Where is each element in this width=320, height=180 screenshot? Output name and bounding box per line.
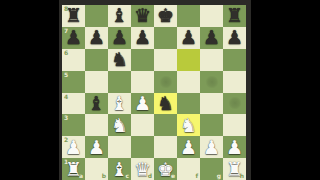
square-c2[interactable] — [108, 136, 131, 158]
black-pawn[interactable]: ♟ — [203, 28, 220, 47]
white-rook[interactable]: ♜ — [65, 159, 82, 178]
square-e5[interactable] — [154, 71, 177, 93]
white-pawn[interactable]: ♟ — [88, 137, 105, 156]
right-letterbox — [251, 0, 320, 180]
square-f4[interactable] — [177, 93, 200, 115]
white-bishop[interactable]: ♝ — [111, 159, 128, 178]
left-letterbox — [0, 0, 59, 180]
white-pawn[interactable]: ♟ — [134, 93, 151, 112]
square-f2[interactable]: ♟ — [177, 136, 200, 158]
rank-label-4: 4 — [64, 94, 68, 100]
square-f5[interactable] — [177, 71, 200, 93]
square-e1[interactable]: e♚ — [154, 158, 177, 180]
square-h1[interactable]: h♜ — [223, 158, 246, 180]
square-c7[interactable]: ♟ — [108, 27, 131, 49]
square-d6[interactable] — [131, 49, 154, 71]
rank-label-5: 5 — [64, 72, 68, 78]
white-pawn[interactable]: ♟ — [226, 137, 243, 156]
square-e2[interactable] — [154, 136, 177, 158]
square-e3[interactable] — [154, 114, 177, 136]
square-a2[interactable]: 2♟ — [62, 136, 85, 158]
chess-board[interactable]: 8♜♝♛♚♜7♟♟♟♟♟♟♟6♞54♝♝♟♞3♞♞2♟♟♟♟♟1a♜bc♝d♛e… — [62, 5, 246, 180]
square-h4[interactable] — [223, 93, 246, 115]
square-b1[interactable]: b — [85, 158, 108, 180]
square-c6[interactable]: ♞ — [108, 49, 131, 71]
square-g2[interactable]: ♟ — [200, 136, 223, 158]
black-bishop[interactable]: ♝ — [111, 6, 128, 25]
square-c8[interactable]: ♝ — [108, 5, 131, 27]
file-label-b: b — [102, 173, 106, 179]
black-pawn[interactable]: ♟ — [226, 28, 243, 47]
square-a8[interactable]: 8♜ — [62, 5, 85, 27]
square-g8[interactable] — [200, 5, 223, 27]
white-pawn[interactable]: ♟ — [180, 137, 197, 156]
black-rook[interactable]: ♜ — [226, 6, 243, 25]
square-e8[interactable]: ♚ — [154, 5, 177, 27]
black-rook[interactable]: ♜ — [65, 6, 82, 25]
square-d3[interactable] — [131, 114, 154, 136]
black-pawn[interactable]: ♟ — [180, 28, 197, 47]
black-knight[interactable]: ♞ — [111, 50, 128, 69]
black-pawn[interactable]: ♟ — [88, 28, 105, 47]
white-queen[interactable]: ♛ — [134, 159, 151, 178]
square-b6[interactable] — [85, 49, 108, 71]
square-d5[interactable] — [131, 71, 154, 93]
white-pawn[interactable]: ♟ — [65, 137, 82, 156]
square-f8[interactable] — [177, 5, 200, 27]
square-b8[interactable] — [85, 5, 108, 27]
black-king[interactable]: ♚ — [157, 6, 174, 25]
square-g3[interactable] — [200, 114, 223, 136]
square-d2[interactable] — [131, 136, 154, 158]
white-pawn[interactable]: ♟ — [203, 137, 220, 156]
file-label-f: f — [195, 173, 198, 179]
square-f1[interactable]: f — [177, 158, 200, 180]
square-b4[interactable]: ♝ — [85, 93, 108, 115]
square-b3[interactable] — [85, 114, 108, 136]
square-g7[interactable]: ♟ — [200, 27, 223, 49]
ghost-smudge — [205, 75, 219, 88]
rank-label-6: 6 — [64, 50, 68, 56]
square-g6[interactable] — [200, 49, 223, 71]
square-c5[interactable] — [108, 71, 131, 93]
square-h8[interactable]: ♜ — [223, 5, 246, 27]
ghost-smudge — [228, 97, 242, 110]
square-a3[interactable]: 3 — [62, 114, 85, 136]
black-pawn[interactable]: ♟ — [111, 28, 128, 47]
square-e4[interactable]: ♞ — [154, 93, 177, 115]
square-d8[interactable]: ♛ — [131, 5, 154, 27]
square-f3[interactable]: ♞ — [177, 114, 200, 136]
black-bishop[interactable]: ♝ — [88, 93, 105, 112]
ghost-smudge — [159, 75, 173, 88]
square-a7[interactable]: 7♟ — [62, 27, 85, 49]
square-b5[interactable] — [85, 71, 108, 93]
square-c4[interactable]: ♝ — [108, 93, 131, 115]
white-bishop[interactable]: ♝ — [111, 93, 128, 112]
black-queen[interactable]: ♛ — [134, 6, 151, 25]
square-a4[interactable]: 4 — [62, 93, 85, 115]
board-frame: 8♜♝♛♚♜7♟♟♟♟♟♟♟6♞54♝♝♟♞3♞♞2♟♟♟♟♟1a♜bc♝d♛e… — [59, 0, 251, 180]
white-knight[interactable]: ♞ — [111, 115, 128, 134]
square-a5[interactable]: 5 — [62, 71, 85, 93]
square-d7[interactable]: ♟ — [131, 27, 154, 49]
square-h6[interactable] — [223, 49, 246, 71]
square-b2[interactable]: ♟ — [85, 136, 108, 158]
square-a6[interactable]: 6 — [62, 49, 85, 71]
black-knight[interactable]: ♞ — [157, 93, 174, 112]
square-e6[interactable] — [154, 49, 177, 71]
square-c3[interactable]: ♞ — [108, 114, 131, 136]
white-rook[interactable]: ♜ — [226, 159, 243, 178]
square-a1[interactable]: 1a♜ — [62, 158, 85, 180]
square-d1[interactable]: d♛ — [131, 158, 154, 180]
square-b7[interactable]: ♟ — [85, 27, 108, 49]
square-h2[interactable]: ♟ — [223, 136, 246, 158]
square-h3[interactable] — [223, 114, 246, 136]
square-g4[interactable] — [200, 93, 223, 115]
square-h7[interactable]: ♟ — [223, 27, 246, 49]
file-label-g: g — [217, 173, 221, 179]
white-king[interactable]: ♚ — [157, 159, 174, 178]
square-g5[interactable] — [200, 71, 223, 93]
square-h5[interactable] — [223, 71, 246, 93]
black-pawn[interactable]: ♟ — [134, 28, 151, 47]
square-g1[interactable]: g — [200, 158, 223, 180]
square-f6[interactable] — [177, 49, 200, 71]
black-pawn[interactable]: ♟ — [65, 28, 82, 47]
square-e7[interactable] — [154, 27, 177, 49]
rank-label-3: 3 — [64, 115, 68, 121]
white-knight[interactable]: ♞ — [180, 115, 197, 134]
square-d4[interactable]: ♟ — [131, 93, 154, 115]
square-c1[interactable]: c♝ — [108, 158, 131, 180]
square-f7[interactable]: ♟ — [177, 27, 200, 49]
